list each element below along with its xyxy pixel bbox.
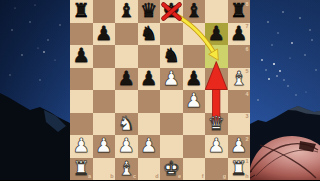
square-e3[interactable] [160,113,183,136]
square-e4[interactable] [160,90,183,113]
piece-white-rook-a1[interactable]: ♜ [70,158,93,181]
piece-white-pawn-e5[interactable]: ♟ [160,68,183,91]
square-a7[interactable] [70,23,93,46]
piece-white-rook-h1[interactable]: ♜ [228,158,251,181]
mountain-left [0,93,70,180]
piece-black-pawn-d5[interactable]: ♟ [138,68,161,91]
square-g6[interactable] [205,45,228,68]
square-b1[interactable] [93,158,116,181]
square-g5[interactable] [205,68,228,91]
square-e2[interactable] [160,135,183,158]
piece-white-bishop-c1[interactable]: ♝ [115,158,138,181]
square-h6[interactable] [228,45,251,68]
piece-black-queen-d8[interactable]: ♛ [138,0,161,23]
scene: ♜♝♛♚♝♜♟♞♟♟♟♞♟♟♟♟♝♟♞♛♟♟♟♟♟♟♜♝♚♜abcdefgh12… [0,0,320,180]
square-h3[interactable] [228,113,251,136]
square-f1[interactable] [183,158,206,181]
square-b4[interactable] [93,90,116,113]
piece-white-pawn-g2[interactable]: ♟ [205,135,228,158]
piece-white-pawn-f4[interactable]: ♟ [183,90,206,113]
square-f6[interactable] [183,45,206,68]
piece-black-bishop-c8[interactable]: ♝ [115,0,138,23]
piece-white-king-e1[interactable]: ♚ [160,158,183,181]
piece-white-pawn-c2[interactable]: ♟ [115,135,138,158]
square-g4[interactable] [205,90,228,113]
piece-black-rook-a8[interactable]: ♜ [70,0,93,23]
piece-black-pawn-b7[interactable]: ♟ [93,23,116,46]
square-g8[interactable] [205,0,228,23]
chess-board[interactable]: ♜♝♛♚♝♜♟♞♟♟♟♞♟♟♟♟♝♟♞♛♟♟♟♟♟♟♜♝♚♜abcdefgh12… [70,0,250,180]
square-g1[interactable] [205,158,228,181]
square-b6[interactable] [93,45,116,68]
square-c6[interactable] [115,45,138,68]
piece-white-knight-c3[interactable]: ♞ [115,113,138,136]
square-d3[interactable] [138,113,161,136]
square-c7[interactable] [115,23,138,46]
piece-black-pawn-f5[interactable]: ♟ [183,68,206,91]
square-d1[interactable] [138,158,161,181]
square-f7[interactable] [183,23,206,46]
piece-black-pawn-c5[interactable]: ♟ [115,68,138,91]
square-d6[interactable] [138,45,161,68]
square-d4[interactable] [138,90,161,113]
piece-white-queen-g3[interactable]: ♛ [205,113,228,136]
piece-black-knight-d7[interactable]: ♞ [138,23,161,46]
piece-black-pawn-g7[interactable]: ♟ [205,23,228,46]
piece-black-king-e8[interactable]: ♚ [160,0,183,23]
square-b5[interactable] [93,68,116,91]
piece-white-pawn-b2[interactable]: ♟ [93,135,116,158]
square-a4[interactable] [70,90,93,113]
piece-white-pawn-a2[interactable]: ♟ [70,135,93,158]
piece-black-pawn-h7[interactable]: ♟ [228,23,251,46]
piece-white-pawn-d2[interactable]: ♟ [138,135,161,158]
piece-white-bishop-h5[interactable]: ♝ [228,68,251,91]
piece-black-rook-h8[interactable]: ♜ [228,0,251,23]
square-h4[interactable] [228,90,251,113]
piece-black-knight-e6[interactable]: ♞ [160,45,183,68]
square-c4[interactable] [115,90,138,113]
square-b3[interactable] [93,113,116,136]
square-a5[interactable] [70,68,93,91]
square-f2[interactable] [183,135,206,158]
piece-black-pawn-a6[interactable]: ♟ [70,45,93,68]
square-f3[interactable] [183,113,206,136]
square-b8[interactable] [93,0,116,23]
square-a3[interactable] [70,113,93,136]
piece-black-bishop-f8[interactable]: ♝ [183,0,206,23]
square-e7[interactable] [160,23,183,46]
piece-white-pawn-h2[interactable]: ♟ [228,135,251,158]
